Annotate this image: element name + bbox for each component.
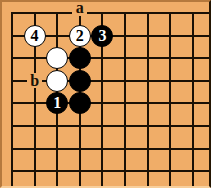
stone-black-move-1: 1 — [46, 92, 68, 114]
stone-black — [69, 70, 91, 92]
stone-number: 2 — [76, 28, 84, 44]
stone-number: 3 — [98, 28, 106, 44]
grid-line-horizontal — [11, 125, 209, 127]
stone-white — [46, 70, 68, 92]
grid-line-horizontal — [11, 148, 209, 150]
grid-line-horizontal — [11, 57, 209, 59]
grid-line-horizontal — [11, 170, 209, 172]
stone-white-move-4: 4 — [24, 25, 46, 47]
grid-line-vertical — [11, 12, 13, 186]
grid-line-horizontal — [11, 12, 209, 14]
stone-number: 4 — [31, 28, 39, 44]
go-diagram-frame: 4231 ab — [0, 0, 211, 188]
stone-white-move-2: 2 — [69, 25, 91, 47]
grid-line-horizontal — [11, 102, 209, 104]
grid-line-vertical — [169, 12, 171, 186]
go-board: 4231 ab — [2, 2, 209, 186]
stone-white — [46, 47, 68, 69]
grid-line-vertical — [147, 12, 149, 186]
stone-black — [69, 47, 91, 69]
point-label-a: a — [72, 0, 87, 16]
point-label-b: b — [27, 73, 42, 88]
stone-black — [69, 92, 91, 114]
grid-line-vertical — [192, 12, 194, 186]
grid-line-vertical — [124, 12, 126, 186]
stone-number: 1 — [53, 95, 61, 111]
stone-black-move-3: 3 — [91, 25, 113, 47]
